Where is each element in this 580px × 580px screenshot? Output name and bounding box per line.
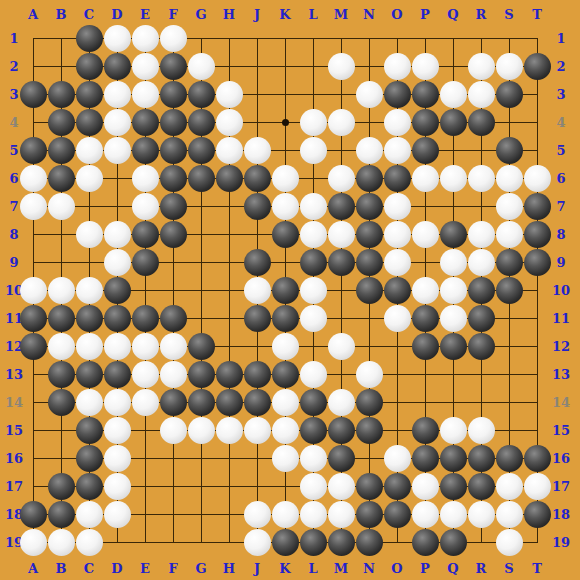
stone-black-C2[interactable]	[76, 53, 103, 80]
stone-black-B11[interactable]	[48, 305, 75, 332]
stone-white-M18[interactable]	[328, 501, 355, 528]
col-label-bottom-T: T	[523, 558, 551, 578]
stone-white-O2[interactable]	[384, 53, 411, 80]
stone-white-L18[interactable]	[300, 501, 327, 528]
stone-white-P2[interactable]	[412, 53, 439, 80]
hoshi-point	[282, 119, 289, 126]
row-label-left-15: 15	[1, 420, 27, 440]
stone-black-G5[interactable]	[188, 137, 215, 164]
stone-white-H3[interactable]	[216, 81, 243, 108]
stone-black-O10[interactable]	[384, 277, 411, 304]
stone-black-N9[interactable]	[356, 249, 383, 276]
col-label-top-N: N	[355, 4, 383, 24]
stone-white-J5[interactable]	[244, 137, 271, 164]
stone-white-Q10[interactable]	[440, 277, 467, 304]
stone-black-G13[interactable]	[188, 361, 215, 388]
stone-white-E7[interactable]	[132, 193, 159, 220]
stone-black-N15[interactable]	[356, 417, 383, 444]
stone-white-J19[interactable]	[244, 529, 271, 556]
stone-black-T18[interactable]	[524, 501, 551, 528]
stone-black-F8[interactable]	[160, 221, 187, 248]
row-label-left-1: 1	[1, 28, 27, 48]
stone-white-C6[interactable]	[76, 165, 103, 192]
stone-white-A6[interactable]	[20, 165, 47, 192]
stone-white-C18[interactable]	[76, 501, 103, 528]
row-label-right-1: 1	[546, 28, 576, 48]
stone-white-O11[interactable]	[384, 305, 411, 332]
stone-black-J13[interactable]	[244, 361, 271, 388]
stone-white-P8[interactable]	[412, 221, 439, 248]
stone-white-Q18[interactable]	[440, 501, 467, 528]
stone-black-K13[interactable]	[272, 361, 299, 388]
stone-white-M4[interactable]	[328, 109, 355, 136]
stone-black-C4[interactable]	[76, 109, 103, 136]
stone-white-F15[interactable]	[160, 417, 187, 444]
stone-black-E5[interactable]	[132, 137, 159, 164]
stone-white-S6[interactable]	[496, 165, 523, 192]
col-label-bottom-H: H	[215, 558, 243, 578]
stone-white-F1[interactable]	[160, 25, 187, 52]
stone-white-K16[interactable]	[272, 445, 299, 472]
stone-white-R15[interactable]	[468, 417, 495, 444]
stone-black-N8[interactable]	[356, 221, 383, 248]
stone-black-Q12[interactable]	[440, 333, 467, 360]
stone-black-D11[interactable]	[104, 305, 131, 332]
stone-black-R16[interactable]	[468, 445, 495, 472]
stone-white-J15[interactable]	[244, 417, 271, 444]
stone-black-L15[interactable]	[300, 417, 327, 444]
stone-white-K15[interactable]	[272, 417, 299, 444]
col-label-top-L: L	[299, 4, 327, 24]
stone-white-H4[interactable]	[216, 109, 243, 136]
col-label-top-T: T	[523, 4, 551, 24]
stone-black-O18[interactable]	[384, 501, 411, 528]
stone-black-N18[interactable]	[356, 501, 383, 528]
stone-black-S9[interactable]	[496, 249, 523, 276]
stone-white-A19[interactable]	[20, 529, 47, 556]
stone-black-E4[interactable]	[132, 109, 159, 136]
stone-white-O7[interactable]	[384, 193, 411, 220]
stone-white-N5[interactable]	[356, 137, 383, 164]
stone-black-N6[interactable]	[356, 165, 383, 192]
stone-white-Q15[interactable]	[440, 417, 467, 444]
stone-black-A5[interactable]	[20, 137, 47, 164]
stone-white-P17[interactable]	[412, 473, 439, 500]
stone-white-Q3[interactable]	[440, 81, 467, 108]
stone-white-O5[interactable]	[384, 137, 411, 164]
stone-white-S8[interactable]	[496, 221, 523, 248]
stone-white-S7[interactable]	[496, 193, 523, 220]
stone-white-A10[interactable]	[20, 277, 47, 304]
stone-black-G4[interactable]	[188, 109, 215, 136]
stone-black-B5[interactable]	[48, 137, 75, 164]
stone-white-D15[interactable]	[104, 417, 131, 444]
stone-white-G2[interactable]	[188, 53, 215, 80]
stone-white-F12[interactable]	[160, 333, 187, 360]
stone-black-P19[interactable]	[412, 529, 439, 556]
stone-white-O4[interactable]	[384, 109, 411, 136]
stone-white-L13[interactable]	[300, 361, 327, 388]
row-label-right-19: 19	[546, 532, 576, 552]
stone-black-K11[interactable]	[272, 305, 299, 332]
stone-white-E2[interactable]	[132, 53, 159, 80]
col-label-top-D: D	[103, 4, 131, 24]
stone-white-M2[interactable]	[328, 53, 355, 80]
row-label-right-9: 9	[546, 252, 576, 272]
stone-white-P10[interactable]	[412, 277, 439, 304]
stone-black-P3[interactable]	[412, 81, 439, 108]
stone-white-H5[interactable]	[216, 137, 243, 164]
stone-black-Q4[interactable]	[440, 109, 467, 136]
row-label-left-9: 9	[1, 252, 27, 272]
stone-black-S16[interactable]	[496, 445, 523, 472]
stone-black-J7[interactable]	[244, 193, 271, 220]
stone-white-A7[interactable]	[20, 193, 47, 220]
col-label-top-F: F	[159, 4, 187, 24]
row-label-left-16: 16	[1, 448, 27, 468]
stone-black-C15[interactable]	[76, 417, 103, 444]
stone-black-P11[interactable]	[412, 305, 439, 332]
stone-black-C1[interactable]	[76, 25, 103, 52]
stone-white-M8[interactable]	[328, 221, 355, 248]
stone-white-B10[interactable]	[48, 277, 75, 304]
col-label-top-G: G	[187, 4, 215, 24]
stone-white-J10[interactable]	[244, 277, 271, 304]
stone-white-E6[interactable]	[132, 165, 159, 192]
stone-white-M12[interactable]	[328, 333, 355, 360]
stone-black-J11[interactable]	[244, 305, 271, 332]
row-label-left-14: 14	[1, 392, 27, 412]
stone-black-F5[interactable]	[160, 137, 187, 164]
stone-white-D9[interactable]	[104, 249, 131, 276]
row-label-right-12: 12	[546, 336, 576, 356]
stone-white-R9[interactable]	[468, 249, 495, 276]
stone-black-N19[interactable]	[356, 529, 383, 556]
stone-white-E13[interactable]	[132, 361, 159, 388]
stone-white-O8[interactable]	[384, 221, 411, 248]
row-label-left-17: 17	[1, 476, 27, 496]
stone-black-L9[interactable]	[300, 249, 327, 276]
col-label-bottom-F: F	[159, 558, 187, 578]
stone-white-T6[interactable]	[524, 165, 551, 192]
stone-black-P12[interactable]	[412, 333, 439, 360]
row-label-right-7: 7	[546, 196, 576, 216]
stone-black-A12[interactable]	[20, 333, 47, 360]
stone-white-C5[interactable]	[76, 137, 103, 164]
row-label-left-8: 8	[1, 224, 27, 244]
stone-white-L8[interactable]	[300, 221, 327, 248]
stone-black-S10[interactable]	[496, 277, 523, 304]
stone-black-J9[interactable]	[244, 249, 271, 276]
stone-black-F14[interactable]	[160, 389, 187, 416]
stone-white-J18[interactable]	[244, 501, 271, 528]
stone-black-B13[interactable]	[48, 361, 75, 388]
stone-white-R18[interactable]	[468, 501, 495, 528]
stone-black-D10[interactable]	[104, 277, 131, 304]
stone-white-D14[interactable]	[104, 389, 131, 416]
col-label-top-J: J	[243, 4, 271, 24]
col-label-bottom-C: C	[75, 558, 103, 578]
col-label-top-S: S	[495, 4, 523, 24]
row-label-right-14: 14	[546, 392, 576, 412]
stone-white-D3[interactable]	[104, 81, 131, 108]
stone-white-C8[interactable]	[76, 221, 103, 248]
stone-black-F3[interactable]	[160, 81, 187, 108]
stone-white-N13[interactable]	[356, 361, 383, 388]
stone-black-F2[interactable]	[160, 53, 187, 80]
stone-white-O16[interactable]	[384, 445, 411, 472]
col-label-bottom-B: B	[47, 558, 75, 578]
col-label-top-Q: Q	[439, 4, 467, 24]
stone-white-M6[interactable]	[328, 165, 355, 192]
col-label-top-A: A	[19, 4, 47, 24]
stone-black-S5[interactable]	[496, 137, 523, 164]
stone-black-C13[interactable]	[76, 361, 103, 388]
stone-black-B6[interactable]	[48, 165, 75, 192]
row-label-left-13: 13	[1, 364, 27, 384]
stone-white-P6[interactable]	[412, 165, 439, 192]
stone-black-M15[interactable]	[328, 417, 355, 444]
row-label-left-4: 4	[1, 112, 27, 132]
stone-white-D5[interactable]	[104, 137, 131, 164]
stone-white-P18[interactable]	[412, 501, 439, 528]
stone-black-O3[interactable]	[384, 81, 411, 108]
stone-white-R6[interactable]	[468, 165, 495, 192]
stone-white-C10[interactable]	[76, 277, 103, 304]
col-label-top-K: K	[271, 4, 299, 24]
stone-white-M14[interactable]	[328, 389, 355, 416]
row-label-right-8: 8	[546, 224, 576, 244]
row-label-right-3: 3	[546, 84, 576, 104]
stone-black-E8[interactable]	[132, 221, 159, 248]
col-label-top-O: O	[383, 4, 411, 24]
stone-white-D12[interactable]	[104, 333, 131, 360]
stone-black-P15[interactable]	[412, 417, 439, 444]
col-label-top-B: B	[47, 4, 75, 24]
stone-black-T8[interactable]	[524, 221, 551, 248]
stone-black-O17[interactable]	[384, 473, 411, 500]
stone-black-C3[interactable]	[76, 81, 103, 108]
col-label-bottom-D: D	[103, 558, 131, 578]
stone-black-J14[interactable]	[244, 389, 271, 416]
stone-black-T2[interactable]	[524, 53, 551, 80]
stone-white-H15[interactable]	[216, 417, 243, 444]
stone-white-D17[interactable]	[104, 473, 131, 500]
stone-black-T16[interactable]	[524, 445, 551, 472]
stone-white-O9[interactable]	[384, 249, 411, 276]
stone-white-K18[interactable]	[272, 501, 299, 528]
col-label-bottom-N: N	[355, 558, 383, 578]
stone-white-B7[interactable]	[48, 193, 75, 220]
stone-white-L10[interactable]	[300, 277, 327, 304]
stone-black-C17[interactable]	[76, 473, 103, 500]
stone-white-C12[interactable]	[76, 333, 103, 360]
stone-white-S17[interactable]	[496, 473, 523, 500]
stone-black-M7[interactable]	[328, 193, 355, 220]
stone-white-R2[interactable]	[468, 53, 495, 80]
row-label-right-6: 6	[546, 168, 576, 188]
stone-white-E12[interactable]	[132, 333, 159, 360]
go-board[interactable]: AABBCCDDEEFFGGHHJJKKLLMMNNOOPPQQRRSSTT11…	[0, 0, 580, 580]
col-label-top-E: E	[131, 4, 159, 24]
stone-white-E3[interactable]	[132, 81, 159, 108]
stone-white-K12[interactable]	[272, 333, 299, 360]
stone-white-E14[interactable]	[132, 389, 159, 416]
stone-white-R8[interactable]	[468, 221, 495, 248]
col-label-top-M: M	[327, 4, 355, 24]
stone-black-P4[interactable]	[412, 109, 439, 136]
stone-black-G6[interactable]	[188, 165, 215, 192]
col-label-bottom-E: E	[131, 558, 159, 578]
stone-black-R11[interactable]	[468, 305, 495, 332]
stone-white-D8[interactable]	[104, 221, 131, 248]
col-label-bottom-K: K	[271, 558, 299, 578]
stone-black-G14[interactable]	[188, 389, 215, 416]
stone-black-S3[interactable]	[496, 81, 523, 108]
stone-black-O6[interactable]	[384, 165, 411, 192]
stone-white-Q11[interactable]	[440, 305, 467, 332]
stone-black-N14[interactable]	[356, 389, 383, 416]
stone-black-Q19[interactable]	[440, 529, 467, 556]
stone-white-C14[interactable]	[76, 389, 103, 416]
stone-black-R10[interactable]	[468, 277, 495, 304]
stone-black-P16[interactable]	[412, 445, 439, 472]
col-label-bottom-G: G	[187, 558, 215, 578]
stone-black-K8[interactable]	[272, 221, 299, 248]
stone-black-D13[interactable]	[104, 361, 131, 388]
col-label-top-H: H	[215, 4, 243, 24]
col-label-bottom-R: R	[467, 558, 495, 578]
stone-white-T17[interactable]	[524, 473, 551, 500]
row-label-right-10: 10	[546, 280, 576, 300]
row-label-right-11: 11	[546, 308, 576, 328]
stone-black-H13[interactable]	[216, 361, 243, 388]
stone-white-D4[interactable]	[104, 109, 131, 136]
stone-white-D1[interactable]	[104, 25, 131, 52]
stone-black-J6[interactable]	[244, 165, 271, 192]
col-label-top-R: R	[467, 4, 495, 24]
col-label-bottom-J: J	[243, 558, 271, 578]
stone-white-L11[interactable]	[300, 305, 327, 332]
stone-black-N17[interactable]	[356, 473, 383, 500]
stone-black-M16[interactable]	[328, 445, 355, 472]
stone-black-N7[interactable]	[356, 193, 383, 220]
stone-white-K14[interactable]	[272, 389, 299, 416]
stone-white-L16[interactable]	[300, 445, 327, 472]
stone-black-M19[interactable]	[328, 529, 355, 556]
row-label-right-2: 2	[546, 56, 576, 76]
stone-black-L19[interactable]	[300, 529, 327, 556]
col-label-bottom-O: O	[383, 558, 411, 578]
stone-white-S19[interactable]	[496, 529, 523, 556]
row-label-right-13: 13	[546, 364, 576, 384]
stone-black-Q17[interactable]	[440, 473, 467, 500]
stone-black-R17[interactable]	[468, 473, 495, 500]
stone-black-R4[interactable]	[468, 109, 495, 136]
stone-black-L14[interactable]	[300, 389, 327, 416]
stone-black-E9[interactable]	[132, 249, 159, 276]
row-label-right-17: 17	[546, 476, 576, 496]
stone-white-B12[interactable]	[48, 333, 75, 360]
col-label-bottom-A: A	[19, 558, 47, 578]
col-label-bottom-P: P	[411, 558, 439, 578]
stone-black-A11[interactable]	[20, 305, 47, 332]
stone-white-K6[interactable]	[272, 165, 299, 192]
stone-white-L4[interactable]	[300, 109, 327, 136]
col-label-bottom-L: L	[299, 558, 327, 578]
stone-black-R12[interactable]	[468, 333, 495, 360]
stone-white-N3[interactable]	[356, 81, 383, 108]
stone-black-H6[interactable]	[216, 165, 243, 192]
stone-black-N10[interactable]	[356, 277, 383, 304]
stone-black-B18[interactable]	[48, 501, 75, 528]
stone-black-K19[interactable]	[272, 529, 299, 556]
stone-white-M17[interactable]	[328, 473, 355, 500]
stone-black-A18[interactable]	[20, 501, 47, 528]
stone-black-B14[interactable]	[48, 389, 75, 416]
stone-black-D2[interactable]	[104, 53, 131, 80]
stone-black-Q16[interactable]	[440, 445, 467, 472]
stone-black-B17[interactable]	[48, 473, 75, 500]
stone-white-F13[interactable]	[160, 361, 187, 388]
stone-black-B3[interactable]	[48, 81, 75, 108]
stone-black-M9[interactable]	[328, 249, 355, 276]
stone-white-C19[interactable]	[76, 529, 103, 556]
col-label-bottom-Q: Q	[439, 558, 467, 578]
col-label-bottom-S: S	[495, 558, 523, 578]
stone-black-P5[interactable]	[412, 137, 439, 164]
stone-white-L5[interactable]	[300, 137, 327, 164]
stone-black-K10[interactable]	[272, 277, 299, 304]
col-label-top-C: C	[75, 4, 103, 24]
row-label-right-16: 16	[546, 448, 576, 468]
col-label-bottom-M: M	[327, 558, 355, 578]
stone-white-R3[interactable]	[468, 81, 495, 108]
stone-black-H14[interactable]	[216, 389, 243, 416]
stone-black-C11[interactable]	[76, 305, 103, 332]
stone-white-S2[interactable]	[496, 53, 523, 80]
row-label-right-18: 18	[546, 504, 576, 524]
stone-white-G15[interactable]	[188, 417, 215, 444]
stone-black-G12[interactable]	[188, 333, 215, 360]
stone-black-F11[interactable]	[160, 305, 187, 332]
stone-black-F6[interactable]	[160, 165, 187, 192]
stone-white-L7[interactable]	[300, 193, 327, 220]
stone-black-T9[interactable]	[524, 249, 551, 276]
stone-white-Q9[interactable]	[440, 249, 467, 276]
stone-black-E11[interactable]	[132, 305, 159, 332]
stone-white-D18[interactable]	[104, 501, 131, 528]
row-label-right-15: 15	[546, 420, 576, 440]
stone-white-B19[interactable]	[48, 529, 75, 556]
row-label-right-5: 5	[546, 140, 576, 160]
stone-white-K7[interactable]	[272, 193, 299, 220]
stone-black-Q8[interactable]	[440, 221, 467, 248]
stone-black-G3[interactable]	[188, 81, 215, 108]
stone-white-L17[interactable]	[300, 473, 327, 500]
stone-black-B4[interactable]	[48, 109, 75, 136]
stone-white-Q6[interactable]	[440, 165, 467, 192]
stone-black-F4[interactable]	[160, 109, 187, 136]
stone-white-D16[interactable]	[104, 445, 131, 472]
stone-black-A3[interactable]	[20, 81, 47, 108]
stone-black-C16[interactable]	[76, 445, 103, 472]
stone-white-S18[interactable]	[496, 501, 523, 528]
row-label-left-2: 2	[1, 56, 27, 76]
stone-white-E1[interactable]	[132, 25, 159, 52]
stone-black-F7[interactable]	[160, 193, 187, 220]
stone-black-T7[interactable]	[524, 193, 551, 220]
